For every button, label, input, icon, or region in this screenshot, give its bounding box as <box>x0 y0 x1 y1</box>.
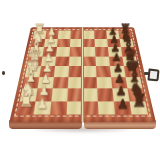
dark-rook: ♜ <box>126 93 152 111</box>
board-cell <box>68 56 82 66</box>
board-cell <box>82 47 95 56</box>
board-cell: ♟ <box>33 100 51 114</box>
board-cell: ♜ <box>129 100 148 114</box>
board-cell <box>82 88 98 101</box>
board-cell <box>82 76 97 88</box>
board-cell <box>82 30 94 38</box>
board-cell <box>67 76 82 88</box>
board-cell <box>82 66 96 77</box>
fold-seam <box>80 27 84 122</box>
chess-board: ♜♟♟♜♞♟♟♞♝♟♟♝♛♟♟♛♚♟♟♚♝♟♟♝♞♟♟♞♜♟♟♜ <box>9 27 156 122</box>
board-cell <box>69 38 82 47</box>
board-cell <box>82 56 96 66</box>
white-pawn: ♟ <box>29 97 55 110</box>
board-cell <box>82 100 98 114</box>
product-photo: ♜♟♟♜♞♟♟♞♝♟♟♝♛♟♟♛♚♟♟♚♝♟♟♝♞♟♟♞♜♟♟♜ <box>0 0 160 160</box>
board-cell <box>66 100 82 114</box>
board-cell <box>66 88 82 101</box>
hinge-pin <box>2 71 5 75</box>
board-cell <box>82 38 95 47</box>
clasp-latch-icon <box>147 68 159 81</box>
board-cell <box>69 47 82 56</box>
board-cell <box>68 66 82 77</box>
